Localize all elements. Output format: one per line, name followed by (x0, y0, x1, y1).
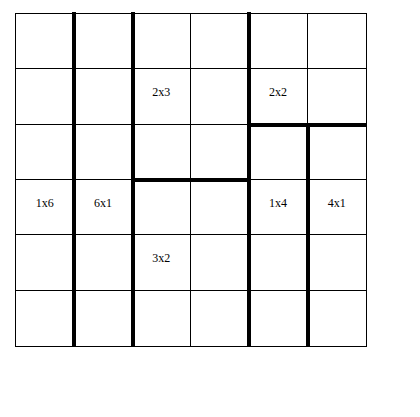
grid-cell-r1c3 (133, 14, 191, 69)
grid-cell-r3c4 (191, 125, 249, 180)
grid-cell-r1c5 (249, 14, 307, 69)
grid-cell-r1c6 (308, 14, 366, 69)
region-border-segment (306, 123, 310, 346)
region-size-clue: 2x2 (269, 86, 287, 98)
grid-cell-r6c6 (308, 291, 366, 346)
grid-cell-r1c2 (74, 14, 132, 69)
grid-cell-r4c3 (133, 180, 191, 235)
grid-cell-r2c3: 2x3 (133, 69, 191, 124)
grid-cell-r3c2 (74, 125, 132, 180)
grid-cell-r2c5: 2x2 (249, 69, 307, 124)
grid-cell-r6c2 (74, 291, 132, 346)
grid-cell-r2c2 (74, 69, 132, 124)
grid-cell-r6c5 (249, 291, 307, 346)
grid-cell-r3c3 (133, 125, 191, 180)
region-size-clue: 4x1 (328, 197, 346, 209)
region-size-clue: 1x6 (36, 197, 54, 209)
region-size-clue: 3x2 (152, 252, 170, 264)
grid-cell-r3c6 (308, 125, 366, 180)
grid-cell-r2c1 (16, 69, 74, 124)
grid-cell-r4c5: 1x4 (249, 180, 307, 235)
grid-cell-r1c4 (191, 14, 249, 69)
puzzle-page: 2x32x21x66x11x44x13x2 (0, 0, 420, 417)
region-border-segment (247, 123, 366, 127)
grid-cell-r6c3 (133, 291, 191, 346)
grid-cell-r6c1 (16, 291, 74, 346)
grid-cell-r3c5 (249, 125, 307, 180)
region-size-clue: 6x1 (94, 197, 112, 209)
grid-cell-r5c4 (191, 235, 249, 290)
grid-cell-r5c6 (308, 235, 366, 290)
grid-cell-r5c5 (249, 235, 307, 290)
puzzle-board: 2x32x21x66x11x44x13x2 (15, 13, 367, 347)
grid-cell-r2c4 (191, 69, 249, 124)
grid-cell-r5c3: 3x2 (133, 235, 191, 290)
grid-cell-r4c4 (191, 180, 249, 235)
grid-cell-r5c1 (16, 235, 74, 290)
grid-cell-r2c6 (308, 69, 366, 124)
grid-cell-r6c4 (191, 291, 249, 346)
grid-cell-r3c1 (16, 125, 74, 180)
grid-cell-r4c1: 1x6 (16, 180, 74, 235)
region-size-clue: 1x4 (269, 197, 287, 209)
grid-cell-r4c6: 4x1 (308, 180, 366, 235)
grid-cell-r4c2: 6x1 (74, 180, 132, 235)
region-border-segment (72, 12, 76, 346)
region-size-clue: 2x3 (152, 86, 170, 98)
grid-cell-r1c1 (16, 14, 74, 69)
region-border-segment (131, 178, 252, 182)
grid-cell-r5c2 (74, 235, 132, 290)
